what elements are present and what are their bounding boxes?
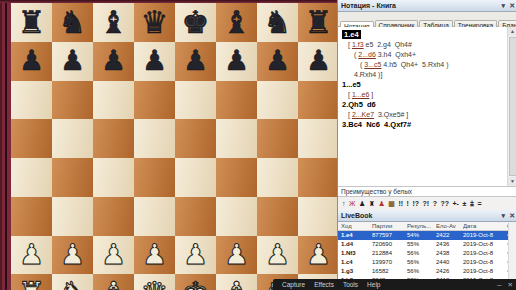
square-f3[interactable]	[216, 197, 257, 236]
livebook-cell: 1.e4	[341, 231, 372, 240]
annotation-symbol[interactable]: ♟	[379, 197, 385, 210]
square-c4[interactable]	[93, 158, 134, 197]
livebook-cell: 1.c4	[341, 258, 372, 267]
square-d7[interactable]: ♟	[134, 42, 175, 81]
square-a7[interactable]: ♟	[11, 42, 52, 81]
square-c1[interactable]: ♝	[93, 274, 134, 290]
square-c3[interactable]	[93, 197, 134, 236]
livebook-cell: 2422	[436, 231, 463, 240]
annotation-symbol[interactable]: ±	[462, 197, 466, 210]
square-d5[interactable]	[134, 119, 175, 158]
variation-move-link[interactable]: 3...c5	[364, 61, 381, 68]
variation-move-link[interactable]: 2...d6	[358, 51, 376, 58]
square-e5[interactable]	[175, 119, 216, 158]
notation-line: 1.e4	[340, 30, 507, 40]
livebook-close-icon[interactable]: ✕	[509, 212, 515, 219]
notation-area: 1.e4[ 1.f3 e5 2.g4 Qh4#( 2...d6 3.h4 Qxh…	[338, 27, 516, 186]
annotation-symbol[interactable]: !!	[398, 197, 403, 210]
livebook-cell: 720690	[372, 240, 407, 249]
livebook-column-header[interactable]: Дата	[463, 222, 507, 230]
square-e3[interactable]	[175, 197, 216, 236]
notation-scrollbar[interactable]: ▲ ▼	[507, 27, 516, 186]
square-f8[interactable]: ♝	[216, 3, 257, 42]
livebook-cell: 2019-Oct-8	[463, 249, 507, 258]
livebook-column-header[interactable]: Ход	[341, 222, 372, 230]
square-g3[interactable]	[257, 197, 298, 236]
square-a6[interactable]	[11, 81, 52, 120]
livebook-column-header[interactable]: Ело-Av	[436, 222, 463, 230]
livebook-cell: 56%	[407, 249, 436, 258]
variation-move-link[interactable]: 1.f3	[352, 41, 364, 48]
square-d2[interactable]: ♟	[134, 236, 175, 275]
notation-line: ( 2...d6 3.h4 Qxh4+	[340, 50, 507, 60]
notation-line: 4.Rxh4 )]	[340, 70, 507, 80]
square-c6[interactable]	[93, 81, 134, 120]
white-pawn-piece[interactable]: ♟	[101, 241, 126, 269]
black-king-piece[interactable]: ♚	[182, 7, 210, 38]
variation-text: 4.h5 Qh4+ 5.Rxh4 )	[381, 61, 448, 68]
scrollbar-thumb[interactable]	[509, 37, 516, 176]
square-e4[interactable]	[175, 158, 216, 197]
menu-capture[interactable]: Capture	[282, 279, 305, 290]
livebook-cell: 2436	[436, 240, 463, 249]
square-g6[interactable]	[257, 81, 298, 120]
white-bishop-piece[interactable]: ♝	[100, 278, 128, 290]
square-a4[interactable]	[11, 158, 52, 197]
square-a5[interactable]	[11, 119, 52, 158]
livebook-cell: 2019-Oct-8	[463, 231, 507, 240]
notation-moves: 1.e4[ 1.f3 e5 2.g4 Qh4#( 2...d6 3.h4 Qxh…	[340, 30, 507, 130]
black-pawn-piece[interactable]: ♟	[60, 47, 85, 75]
notation-tabs: НотацияСправочникТаблицаТренировкаБланк …	[338, 12, 516, 27]
annotation-symbol[interactable]: Ж	[349, 197, 355, 210]
variation-text: 3.h4 Qxh4+	[376, 51, 416, 58]
scroll-up-icon[interactable]: ▲	[508, 27, 516, 36]
white-pawn-piece[interactable]: ♟	[142, 241, 167, 269]
livebook-cell: 54%	[407, 231, 436, 240]
panel-close-icon[interactable]: ✕	[509, 2, 515, 9]
square-a1[interactable]: ♜	[11, 274, 52, 290]
livebook-cell: 1.Nf3	[341, 249, 372, 258]
square-a8[interactable]: ♜	[11, 3, 52, 42]
square-b3[interactable]	[52, 197, 93, 236]
annotation-symbol[interactable]: !	[407, 197, 409, 210]
livebook-cell: 139970	[372, 258, 407, 267]
annotation-symbol[interactable]: ⩲	[470, 197, 474, 210]
square-f2[interactable]: ♟	[216, 236, 257, 275]
square-a3[interactable]	[11, 197, 52, 236]
black-pawn-piece[interactable]: ♟	[224, 47, 249, 75]
overlay-menu: CaptureEffectsToolsHelp	[273, 281, 380, 288]
livebook-title: LiveBook	[341, 212, 373, 219]
livebook-header: ХодПартииРезуль...Ело-AvДатаОценка	[338, 222, 516, 231]
square-h7[interactable]: ♟	[298, 42, 337, 81]
square-c8[interactable]: ♝	[93, 3, 134, 42]
black-bishop-piece[interactable]: ♝	[100, 7, 128, 38]
square-b4[interactable]	[52, 158, 93, 197]
livebook-cell: 56%	[407, 267, 436, 276]
livebook-row[interactable]: 1.c413997056%24402019-Oct-8=6	[338, 258, 516, 267]
notation-line: 1...e5	[340, 80, 507, 90]
evaluation-label: Преимущество у белых	[338, 186, 516, 197]
overlay-minimize-icon[interactable]: ─	[497, 281, 502, 288]
square-e6[interactable]	[175, 81, 216, 120]
annotation-toolbar: ↑Ж♟♜♟▦!!!!??!???+-±⩲=	[338, 197, 516, 210]
square-b6[interactable]	[52, 81, 93, 120]
livebook-row[interactable]: 1.g31658256%24262019-Oct-8=7	[338, 267, 516, 276]
livebook-cell: 2019-Oct-8	[463, 258, 507, 267]
square-g8[interactable]: ♞	[257, 3, 298, 42]
square-f1[interactable]: ♝	[216, 274, 257, 290]
livebook-row[interactable]: 1.Nf321288456%24382019-Oct-8=6	[338, 249, 516, 258]
square-h6[interactable]	[298, 81, 337, 120]
livebook-cell: 1.d4	[341, 240, 372, 249]
square-d1[interactable]: ♛	[134, 274, 175, 290]
notation-line: 2.Qh5 d6	[340, 100, 507, 110]
livebook-cell: 1.g3	[341, 267, 372, 276]
square-e2[interactable]: ♟	[175, 236, 216, 275]
menu-effects[interactable]: Effects	[314, 279, 334, 290]
square-d8[interactable]: ♛	[134, 3, 175, 42]
square-c5[interactable]	[93, 119, 134, 158]
square-h4[interactable]	[298, 158, 337, 197]
livebook-row[interactable]: 1.d472069055%24362019-Oct-8=2	[338, 240, 516, 249]
livebook-row[interactable]: 1.e487759754%24222019-Oct-8=	[338, 231, 516, 240]
overlay-close-icon[interactable]: ✕	[508, 281, 513, 288]
black-pawn-piece[interactable]: ♟	[265, 47, 290, 75]
black-pawn-piece[interactable]: ♟	[306, 47, 331, 75]
square-h2[interactable]: ♟	[298, 236, 337, 275]
scroll-down-icon[interactable]: ▼	[508, 177, 516, 186]
annotation-symbol[interactable]: ?!	[423, 197, 430, 210]
notation-panel: Нотация - Книга ▾✕ НотацияСправочникТабл…	[337, 0, 516, 290]
square-e8[interactable]: ♚	[175, 3, 216, 42]
annotation-symbol[interactable]: ?	[433, 197, 437, 210]
square-g7[interactable]: ♟	[257, 42, 298, 81]
square-b1[interactable]: ♞	[52, 274, 93, 290]
square-h3[interactable]	[298, 197, 337, 236]
white-pawn-piece[interactable]: ♟	[19, 241, 44, 269]
annotation-symbol[interactable]: =	[477, 197, 481, 210]
mainline-move[interactable]: 1.e4	[342, 30, 361, 39]
livebook-cell: 16582	[372, 267, 407, 276]
black-queen-piece[interactable]: ♛	[141, 7, 169, 38]
capture-toolbar: CaptureEffectsToolsHelp ─✕	[273, 279, 516, 290]
variation-text: e5 2.g4 Qh4#	[364, 41, 412, 48]
white-queen-piece[interactable]: ♛	[141, 278, 169, 290]
white-pawn-piece[interactable]: ♟	[265, 241, 290, 269]
black-knight-piece[interactable]: ♞	[264, 7, 292, 38]
livebook-column-header[interactable]: Партии	[372, 222, 407, 230]
notation-panel-titlebar: Нотация - Книга ▾✕	[338, 0, 516, 12]
square-f4[interactable]	[216, 158, 257, 197]
black-bishop-piece[interactable]: ♝	[223, 7, 251, 38]
square-d3[interactable]	[134, 197, 175, 236]
white-pawn-piece[interactable]: ♟	[306, 241, 331, 269]
square-g4[interactable]	[257, 158, 298, 197]
annotation-symbol[interactable]: +-	[453, 197, 459, 210]
notation-line: ( 3...c5 4.h5 Qh4+ 5.Rxh4 )	[340, 60, 507, 70]
black-pawn-piece[interactable]: ♟	[183, 47, 208, 75]
white-rook-piece[interactable]: ♜	[18, 278, 46, 290]
livebook-cell: 877597	[372, 231, 407, 240]
square-c7[interactable]: ♟	[93, 42, 134, 81]
square-b5[interactable]	[52, 119, 93, 158]
square-b7[interactable]: ♟	[52, 42, 93, 81]
notation-line: [ 1.f3 e5 2.g4 Qh4#	[340, 40, 507, 50]
livebook-cell: 2019-Oct-8	[463, 267, 507, 276]
black-pawn-piece[interactable]: ♟	[101, 47, 126, 75]
black-knight-piece[interactable]: ♞	[59, 7, 87, 38]
annotation-symbol[interactable]: ??	[440, 197, 449, 210]
notation-line: [ 1...e6 ]	[340, 90, 507, 100]
square-a2[interactable]: ♟	[11, 236, 52, 275]
square-e7[interactable]: ♟	[175, 42, 216, 81]
square-h8[interactable]: ♜	[298, 3, 337, 42]
chess-board[interactable]: ♜♞♝♛♚♝♞♜♟♟♟♟♟♟♟♟♟♟♟♟♟♟♟♟♜♞♝♛♚♝♞♜	[11, 3, 337, 290]
annotation-symbol[interactable]: ↑	[342, 197, 346, 210]
square-g2[interactable]: ♟	[257, 236, 298, 275]
white-king-piece[interactable]: ♚	[182, 278, 210, 290]
square-f6[interactable]	[216, 81, 257, 120]
square-e1[interactable]: ♚	[175, 274, 216, 290]
notation-panel-title: Нотация - Книга	[341, 2, 396, 9]
notation-line: [ 2...Ke7 3.Qxe5# ]	[340, 110, 507, 120]
annotation-symbol[interactable]: !?	[412, 197, 419, 210]
square-d6[interactable]	[134, 81, 175, 120]
livebook-menu-icon[interactable]: ▾	[502, 212, 506, 219]
white-pawn-piece[interactable]: ♟	[60, 241, 85, 269]
livebook-cell: 2438	[436, 249, 463, 258]
notation-line: 3.Bc4 Nc6 4.Qxf7#	[340, 120, 507, 130]
variation-move-link[interactable]: 2...Ke7	[352, 111, 374, 118]
chess-app-window: ♜♞♝♛♚♝♞♜♟♟♟♟♟♟♟♟♟♟♟♟♟♟♟♟♜♞♝♛♚♝♞♜ Нотация…	[0, 0, 516, 290]
white-pawn-piece[interactable]: ♟	[224, 241, 249, 269]
black-pawn-piece[interactable]: ♟	[142, 47, 167, 75]
panel-menu-icon[interactable]: ▾	[502, 2, 506, 9]
menu-tools[interactable]: Tools	[343, 279, 358, 290]
variation-text: 4.Rxh4 )]	[354, 71, 382, 78]
square-d4[interactable]	[134, 158, 175, 197]
livebook-cell: 2440	[436, 258, 463, 267]
black-rook-piece[interactable]: ♜	[18, 7, 46, 38]
livebook-titlebar: LiveBook ▾✕	[338, 210, 516, 222]
variation-text: 3.Qxe5# ]	[374, 111, 408, 118]
livebook-cell: 2019-Oct-8	[463, 240, 507, 249]
white-knight-piece[interactable]: ♞	[59, 278, 87, 290]
annotation-symbol[interactable]: ♜	[369, 197, 375, 210]
livebook-column-header[interactable]: Резуль...	[407, 222, 436, 230]
livebook-rows: 1.e487759754%24222019-Oct-8=1.d472069055…	[338, 231, 516, 285]
square-b8[interactable]: ♞	[52, 3, 93, 42]
square-g5[interactable]	[257, 119, 298, 158]
board-frame: ♜♞♝♛♚♝♞♜♟♟♟♟♟♟♟♟♟♟♟♟♟♟♟♟♜♞♝♛♚♝♞♜	[0, 0, 337, 290]
square-h5[interactable]	[298, 119, 337, 158]
black-rook-piece[interactable]: ♜	[305, 7, 333, 38]
white-pawn-piece[interactable]: ♟	[183, 241, 208, 269]
variation-move-link[interactable]: 1...e6	[352, 91, 370, 98]
variation-text: ]	[369, 91, 373, 98]
square-f5[interactable]	[216, 119, 257, 158]
mainline-move[interactable]: 2.Qh5 d6	[342, 100, 376, 109]
livebook-cell: 2426	[436, 267, 463, 276]
square-b2[interactable]: ♟	[52, 236, 93, 275]
white-bishop-piece[interactable]: ♝	[223, 278, 251, 290]
mainline-move[interactable]: 3.Bc4 Nc6 4.Qxf7#	[342, 120, 411, 129]
annotation-symbol[interactable]: ♟	[359, 197, 365, 210]
livebook-scrollbar[interactable]: ▲	[508, 222, 516, 279]
mainline-move[interactable]: 1...e5	[342, 80, 361, 89]
square-f7[interactable]: ♟	[216, 42, 257, 81]
livebook-cell: 212884	[372, 249, 407, 258]
annotation-symbol[interactable]: ▦	[388, 197, 395, 210]
livebook-cell: 56%	[407, 258, 436, 267]
square-c2[interactable]: ♟	[93, 236, 134, 275]
livebook-cell: 55%	[407, 240, 436, 249]
board-frame-left-edge	[0, 0, 11, 290]
menu-help[interactable]: Help	[367, 279, 380, 290]
black-pawn-piece[interactable]: ♟	[19, 47, 44, 75]
